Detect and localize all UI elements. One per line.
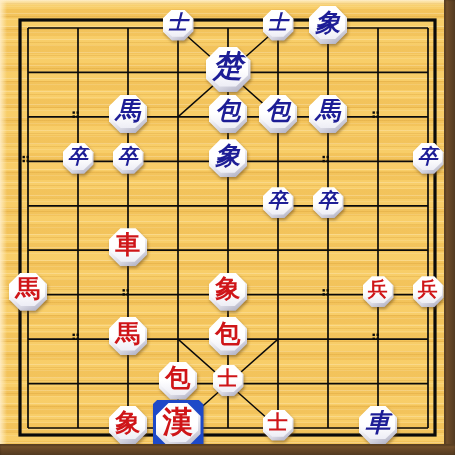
piece-glyph: 卒 xyxy=(268,190,288,210)
piece-han-advisor-2[interactable]: 士 xyxy=(263,410,294,441)
piece-tile: 卒 xyxy=(313,187,344,218)
piece-cho-soldier-3[interactable]: 卒 xyxy=(413,143,444,174)
piece-cho-advisor-2[interactable]: 士 xyxy=(263,10,294,41)
piece-han-king[interactable]: 漢 xyxy=(156,403,201,448)
piece-glyph: 車 xyxy=(115,232,140,257)
piece-glyph: 車 xyxy=(365,410,390,435)
piece-tile: 象 xyxy=(109,406,147,444)
piece-tile: 漢 xyxy=(156,403,201,448)
wood-frame-right xyxy=(444,0,455,455)
piece-cho-cannon-2[interactable]: 包 xyxy=(259,95,297,133)
piece-tile: 士 xyxy=(163,10,194,41)
piece-glyph: 士 xyxy=(268,12,288,32)
piece-han-soldier-1[interactable]: 兵 xyxy=(363,276,394,307)
piece-glyph: 士 xyxy=(168,12,188,32)
piece-cho-soldier-2[interactable]: 卒 xyxy=(113,143,144,174)
piece-glyph: 士 xyxy=(268,412,288,432)
piece-glyph: 馬 xyxy=(315,98,340,123)
piece-tile: 包 xyxy=(209,95,247,133)
piece-glyph: 包 xyxy=(215,98,240,123)
piece-glyph: 馬 xyxy=(15,276,40,301)
piece-han-chariot-1[interactable]: 車 xyxy=(109,228,147,266)
piece-tile: 士 xyxy=(263,410,294,441)
pieces-layer: 士士象楚馬包包馬卒卒象卒卒卒車馬象兵兵馬包包士象漢士車 xyxy=(0,0,455,455)
piece-tile: 卒 xyxy=(413,143,444,174)
piece-glyph: 馬 xyxy=(115,98,140,123)
piece-han-soldier-2[interactable]: 兵 xyxy=(413,276,444,307)
piece-cho-advisor-1[interactable]: 士 xyxy=(163,10,194,41)
piece-tile: 象 xyxy=(309,6,347,44)
piece-glyph: 馬 xyxy=(115,321,140,346)
piece-tile: 包 xyxy=(209,317,247,355)
piece-cho-chariot-1[interactable]: 車 xyxy=(359,406,397,444)
piece-tile: 兵 xyxy=(363,276,394,307)
piece-glyph: 包 xyxy=(265,98,290,123)
piece-tile: 包 xyxy=(259,95,297,133)
wood-frame-left-highlight xyxy=(0,0,7,455)
piece-han-elephant-1[interactable]: 象 xyxy=(209,273,247,311)
piece-glyph: 包 xyxy=(215,321,240,346)
piece-tile: 馬 xyxy=(9,273,47,311)
piece-tile: 卒 xyxy=(113,143,144,174)
piece-tile: 馬 xyxy=(109,317,147,355)
piece-glyph: 象 xyxy=(315,10,340,35)
piece-glyph: 卒 xyxy=(318,190,338,210)
piece-glyph: 卒 xyxy=(418,146,438,166)
piece-tile: 士 xyxy=(263,10,294,41)
piece-tile: 象 xyxy=(209,139,247,177)
piece-glyph: 楚 xyxy=(213,51,243,81)
piece-glyph: 象 xyxy=(215,143,240,168)
piece-glyph: 兵 xyxy=(368,279,388,299)
piece-glyph: 象 xyxy=(215,276,240,301)
piece-han-advisor-1[interactable]: 士 xyxy=(213,365,244,396)
piece-glyph: 包 xyxy=(165,365,190,390)
piece-glyph: 象 xyxy=(115,410,140,435)
piece-han-horse-1[interactable]: 馬 xyxy=(9,273,47,311)
piece-cho-elephant-1[interactable]: 象 xyxy=(309,6,347,44)
wood-frame-top-highlight xyxy=(0,0,455,6)
piece-tile: 包 xyxy=(159,362,197,400)
piece-cho-horse-2[interactable]: 馬 xyxy=(309,95,347,133)
piece-tile: 楚 xyxy=(206,47,251,92)
piece-tile: 兵 xyxy=(413,276,444,307)
piece-cho-soldier-5[interactable]: 卒 xyxy=(313,187,344,218)
piece-han-cannon-1[interactable]: 包 xyxy=(209,317,247,355)
piece-glyph: 卒 xyxy=(118,146,138,166)
piece-cho-king[interactable]: 楚 xyxy=(206,47,251,92)
piece-tile: 車 xyxy=(359,406,397,444)
piece-cho-cannon-1[interactable]: 包 xyxy=(209,95,247,133)
piece-glyph: 兵 xyxy=(418,279,438,299)
piece-tile: 車 xyxy=(109,228,147,266)
piece-cho-horse-1[interactable]: 馬 xyxy=(109,95,147,133)
piece-cho-soldier-1[interactable]: 卒 xyxy=(63,143,94,174)
janggi-board: 士士象楚馬包包馬卒卒象卒卒卒車馬象兵兵馬包包士象漢士車 xyxy=(0,0,455,455)
piece-glyph: 卒 xyxy=(68,146,88,166)
piece-cho-elephant-2[interactable]: 象 xyxy=(209,139,247,177)
piece-tile: 馬 xyxy=(109,95,147,133)
piece-glyph: 漢 xyxy=(163,407,193,437)
piece-han-cannon-2[interactable]: 包 xyxy=(159,362,197,400)
piece-glyph: 士 xyxy=(218,368,238,388)
piece-tile: 象 xyxy=(209,273,247,311)
piece-tile: 卒 xyxy=(63,143,94,174)
piece-han-elephant-2[interactable]: 象 xyxy=(109,406,147,444)
wood-frame-bottom xyxy=(0,444,455,455)
piece-tile: 士 xyxy=(213,365,244,396)
piece-han-horse-2[interactable]: 馬 xyxy=(109,317,147,355)
piece-tile: 馬 xyxy=(309,95,347,133)
piece-tile: 卒 xyxy=(263,187,294,218)
piece-cho-soldier-4[interactable]: 卒 xyxy=(263,187,294,218)
